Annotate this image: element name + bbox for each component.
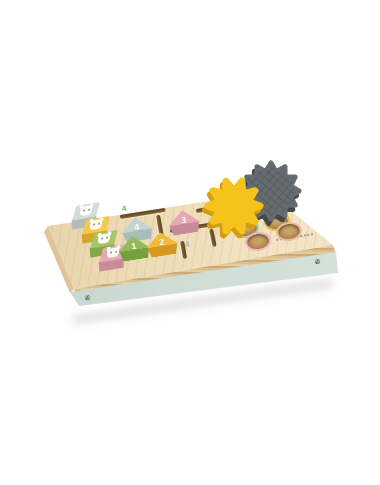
- animal-eyes: [101, 237, 103, 239]
- board-left-edge: [0, 0, 380, 485]
- yellow-gear-top: [208, 181, 260, 230]
- board-plywood-edge: [0, 0, 380, 485]
- printed-number-track-top: 4: [121, 205, 127, 214]
- screw-icon: [85, 295, 90, 300]
- printed-number-4: 4: [184, 241, 190, 250]
- product-photo: 4 1 2 3 4 4 3 1: [0, 0, 380, 485]
- screw-icon: [315, 259, 320, 264]
- yellow-gear[interactable]: [198, 176, 270, 240]
- slider-yellow-2[interactable]: 2: [144, 230, 179, 259]
- animal-eyes: [110, 251, 112, 253]
- board-drop-shadow: [73, 279, 334, 324]
- animal-eyes: [83, 209, 85, 211]
- board-top-surface: [0, 0, 380, 485]
- animal-eyes: [93, 223, 95, 225]
- board-mint-apron: [0, 0, 380, 485]
